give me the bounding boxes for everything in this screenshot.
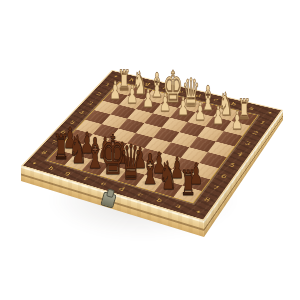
- clasp-hook-icon: [106, 189, 115, 199]
- product-photo-scene: hhggffeeddccbbaa1122334455667788✦✦✦✦ ♜♞♝…: [0, 0, 300, 300]
